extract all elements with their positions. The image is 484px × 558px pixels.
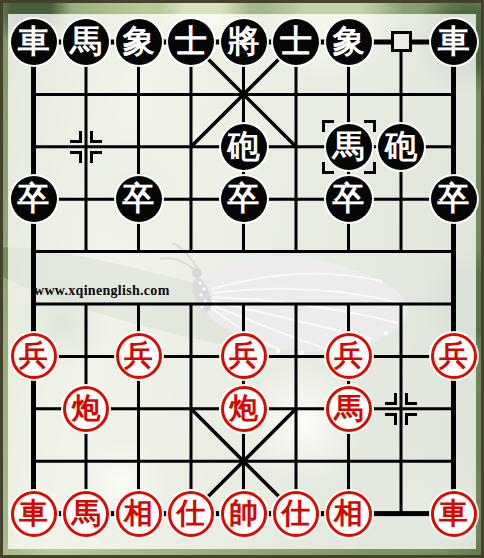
piece-glyph: 馬 [334,389,363,429]
piece-glyph: 炮 [229,389,258,429]
piece-glyph: 象 [123,20,155,64]
board: 車馬象士將士象車砲馬砲卒卒卒卒卒兵兵兵兵兵炮炮馬車馬相仕帥仕相車 [7,16,480,540]
piece-red-advisor[interactable]: 仕 [273,491,319,537]
piece-glyph: 車 [439,494,468,534]
piece-glyph: 卒 [123,177,155,221]
piece-glyph: 炮 [72,389,101,429]
point-marker-b8 [69,130,103,164]
piece-glyph: 兵 [439,336,468,376]
last-move-origin-marker [391,31,412,52]
piece-glyph: 士 [175,20,207,64]
piece-red-advisor[interactable]: 仕 [168,491,214,537]
piece-black-elephant[interactable]: 象 [116,19,162,65]
piece-black-soldier[interactable]: 卒 [116,176,162,222]
piece-black-horse[interactable]: 馬 [63,19,109,65]
piece-glyph: 象 [333,20,365,64]
piece-glyph: 卒 [438,177,470,221]
piece-red-chariot[interactable]: 車 [431,491,477,537]
piece-glyph: 相 [334,494,363,534]
piece-black-soldier[interactable]: 卒 [431,176,477,222]
piece-black-elephant[interactable]: 象 [326,19,372,65]
piece-black-horse[interactable]: 馬 [326,124,372,170]
piece-glyph: 兵 [229,336,258,376]
piece-glyph: 卒 [333,177,365,221]
piece-glyph: 馬 [72,494,101,534]
piece-red-soldier[interactable]: 兵 [431,333,477,379]
marker-corner [364,162,376,174]
piece-black-cannon[interactable]: 砲 [378,124,424,170]
piece-glyph: 車 [19,494,48,534]
piece-red-soldier[interactable]: 兵 [116,333,162,379]
marker-corner [385,393,397,405]
piece-glyph: 馬 [70,20,102,64]
piece-black-soldier[interactable]: 卒 [326,176,372,222]
piece-glyph: 砲 [228,125,260,169]
marker-corner [70,131,82,143]
piece-glyph: 兵 [334,336,363,376]
piece-glyph: 車 [438,20,470,64]
piece-black-soldier[interactable]: 卒 [11,176,57,222]
marker-corner [405,393,417,405]
piece-red-cannon[interactable]: 炮 [63,386,109,432]
piece-glyph: 帥 [229,494,258,534]
piece-red-soldier[interactable]: 兵 [221,333,267,379]
piece-black-advisor[interactable]: 士 [273,19,319,65]
marker-corner [385,413,397,425]
marker-corner [70,151,82,163]
piece-glyph: 兵 [19,336,48,376]
piece-glyph: 相 [124,494,153,534]
marker-corner [90,131,102,143]
piece-glyph: 馬 [333,125,365,169]
piece-red-cannon[interactable]: 炮 [221,386,267,432]
piece-glyph: 卒 [228,177,260,221]
piece-glyph: 車 [18,20,50,64]
piece-red-soldier[interactable]: 兵 [326,333,372,379]
piece-black-advisor[interactable]: 士 [168,19,214,65]
piece-black-chariot[interactable]: 車 [11,19,57,65]
piece-black-chariot[interactable]: 車 [431,19,477,65]
piece-glyph: 砲 [385,125,417,169]
piece-red-horse[interactable]: 馬 [326,386,372,432]
piece-red-chariot[interactable]: 車 [11,491,57,537]
piece-glyph: 士 [280,20,312,64]
piece-red-soldier[interactable]: 兵 [11,333,57,379]
point-marker-h3 [384,392,418,426]
marker-corner [405,413,417,425]
piece-black-soldier[interactable]: 卒 [221,176,267,222]
piece-glyph: 仕 [282,494,311,534]
piece-red-general[interactable]: 帥 [221,491,267,537]
marker-corner [90,151,102,163]
piece-black-general[interactable]: 將 [221,19,267,65]
piece-red-elephant[interactable]: 相 [326,491,372,537]
piece-glyph: 仕 [177,494,206,534]
piece-glyph: 將 [228,20,260,64]
piece-black-cannon[interactable]: 砲 [221,124,267,170]
piece-glyph: 兵 [124,336,153,376]
xiangqi-diagram: www.xqinenglish.com 車馬象士將士象車砲馬砲卒卒卒卒卒兵兵兵兵… [0,0,484,558]
piece-red-horse[interactable]: 馬 [63,491,109,537]
piece-glyph: 卒 [18,177,50,221]
piece-red-elephant[interactable]: 相 [116,491,162,537]
